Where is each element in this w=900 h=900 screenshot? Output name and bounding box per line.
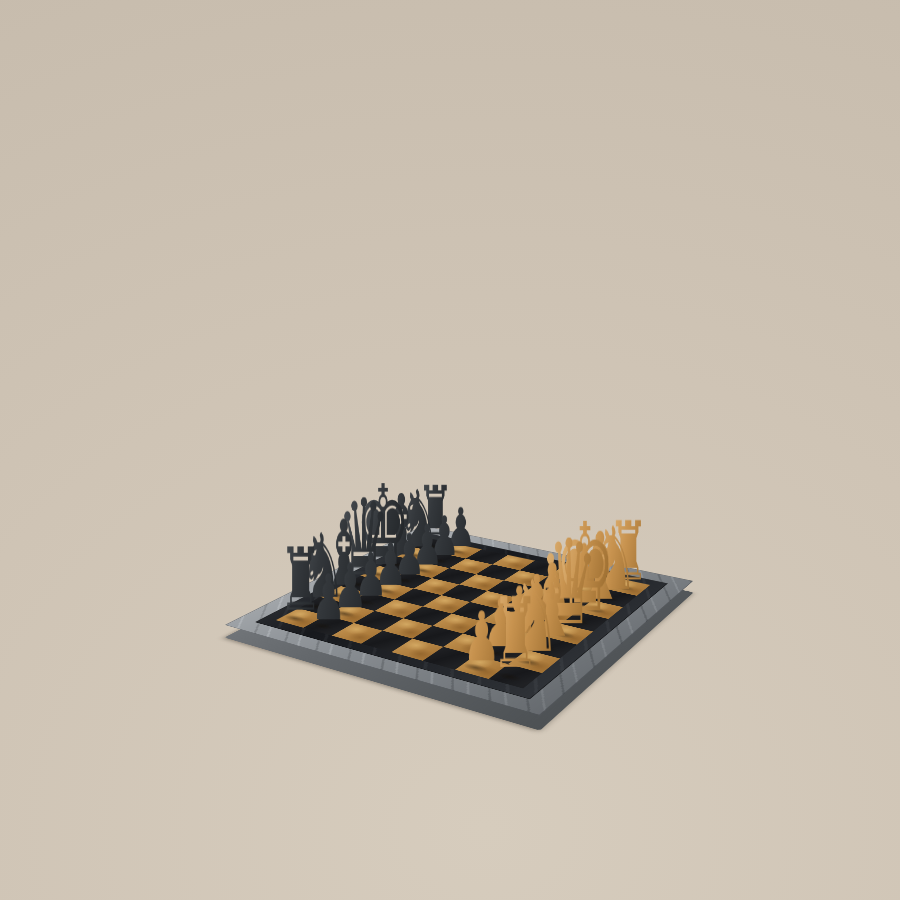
chess-board: ♜♟♞♟♝♟♚♟♟♛♜♟♟♝♞♟♟♞♝♟♟♜♚♟♟♛♟♝♟♞♟♜ xyxy=(225,526,694,716)
scene: ♜♟♞♟♝♟♚♟♟♛♜♟♟♝♞♟♟♞♝♟♟♜♚♟♟♛♟♝♟♞♟♜ xyxy=(0,0,900,900)
piece-white-rook-a1[interactable]: ♜ xyxy=(471,595,560,671)
piece-black-pawn-a7[interactable]: ♟ xyxy=(283,572,374,622)
